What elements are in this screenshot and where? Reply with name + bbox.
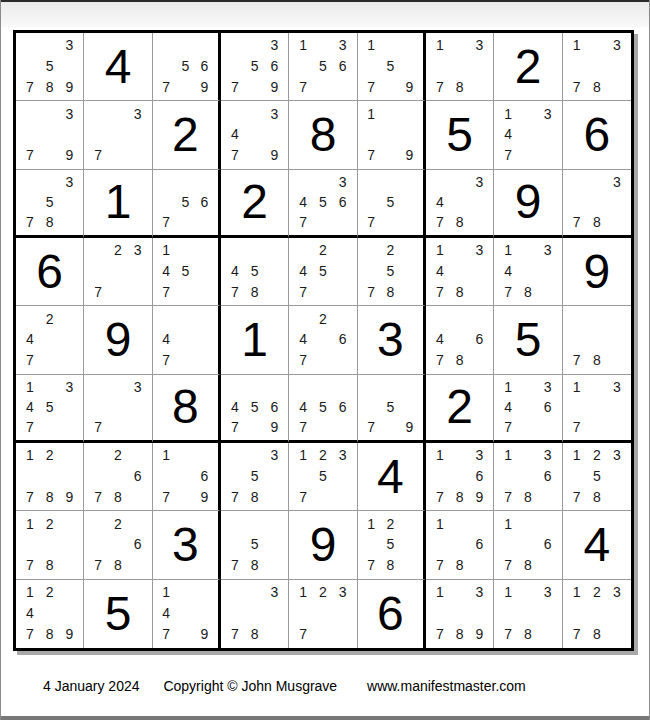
pencil-mark-slot-9 xyxy=(128,487,148,508)
pencil-mark-slot-6 xyxy=(607,56,627,77)
pencil-mark-slot-5: 5 xyxy=(313,56,333,77)
pencil-mark-slot-5: 5 xyxy=(40,397,60,417)
pencil-mark-slot-6 xyxy=(60,603,80,624)
pencil-mark-slot-4 xyxy=(293,466,313,487)
pencil-mark-slot-4: 4 xyxy=(157,329,176,350)
pencil-mark-slot-6: 6 xyxy=(333,192,353,212)
cell-r3c5: 34567 xyxy=(289,170,357,238)
pencil-marks: 3578 xyxy=(221,443,288,510)
pencil-mark-slot-1 xyxy=(88,240,108,261)
pencil-mark-slot-7: 7 xyxy=(293,282,313,303)
pencil-mark-slot-9 xyxy=(470,350,490,371)
pencil-mark-slot-3: 3 xyxy=(538,103,558,124)
pencil-mark-slot-9: 9 xyxy=(265,77,285,98)
cell-r4c2: 237 xyxy=(84,238,152,306)
pencil-mark-slot-8 xyxy=(176,212,195,232)
pencil-mark-slot-5 xyxy=(518,534,538,555)
pencil-mark-slot-4 xyxy=(362,56,381,77)
pencil-mark-slot-4 xyxy=(225,56,245,77)
pencil-mark-slot-4 xyxy=(362,397,381,417)
pencil-mark-slot-6 xyxy=(265,261,285,282)
cell-r9c9: 12378 xyxy=(563,580,631,648)
pencil-mark-slot-2 xyxy=(518,582,538,603)
pencil-mark-slot-6 xyxy=(60,534,80,555)
pencil-mark-slot-8 xyxy=(245,145,265,166)
pencil-mark-slot-6 xyxy=(128,124,148,145)
pencil-mark-slot-9 xyxy=(333,417,353,437)
pencil-mark-slot-1: 1 xyxy=(430,445,450,466)
pencil-mark-slot-8: 8 xyxy=(40,555,60,576)
pencil-mark-slot-8 xyxy=(381,145,400,166)
pencil-marks: 2467 xyxy=(289,306,356,373)
pencil-mark-slot-1 xyxy=(225,377,245,397)
pencil-mark-slot-2 xyxy=(381,35,400,56)
pencil-mark-slot-3 xyxy=(470,513,490,534)
pencil-marks: 4578 xyxy=(221,238,288,305)
pencil-marks: 579 xyxy=(358,375,423,440)
pencil-mark-slot-7: 7 xyxy=(567,487,587,508)
pencil-mark-slot-4: 4 xyxy=(20,397,40,417)
pencil-mark-slot-9 xyxy=(400,555,419,576)
pencil-mark-slot-4 xyxy=(430,56,450,77)
big-digit: 9 xyxy=(494,170,561,235)
cell-r2c9: 6 xyxy=(563,101,631,169)
cell-r5c9: 78 xyxy=(563,306,631,374)
pencil-mark-slot-4 xyxy=(498,534,518,555)
pencil-mark-slot-4: 4 xyxy=(293,261,313,282)
pencil-mark-slot-7: 7 xyxy=(430,555,450,576)
cell-r3c2: 1 xyxy=(84,170,152,238)
pencil-mark-slot-2 xyxy=(518,513,538,534)
pencil-mark-slot-2 xyxy=(381,172,400,192)
pencil-mark-slot-2 xyxy=(450,582,470,603)
pencil-mark-slot-3: 3 xyxy=(470,35,490,56)
pencil-mark-slot-5: 5 xyxy=(381,397,400,417)
cell-r1c2: 4 xyxy=(84,33,152,101)
pencil-marks: 12789 xyxy=(16,443,83,510)
pencil-mark-slot-5: 5 xyxy=(245,466,265,487)
pencil-mark-slot-9 xyxy=(195,350,214,371)
pencil-mark-slot-7: 7 xyxy=(567,77,587,98)
pencil-mark-slot-4 xyxy=(430,466,450,487)
pencil-mark-slot-5 xyxy=(450,466,470,487)
pencil-mark-slot-4 xyxy=(293,56,313,77)
pencil-mark-slot-9: 9 xyxy=(265,417,285,437)
pencil-mark-slot-3: 3 xyxy=(128,103,148,124)
pencil-mark-slot-3 xyxy=(400,513,419,534)
pencil-mark-slot-2 xyxy=(587,308,607,329)
pencil-mark-slot-1 xyxy=(157,35,176,56)
pencil-mark-slot-7: 7 xyxy=(498,555,518,576)
pencil-mark-slot-6 xyxy=(607,329,627,350)
pencil-mark-slot-6 xyxy=(128,261,148,282)
pencil-mark-slot-7: 7 xyxy=(157,487,176,508)
pencil-mark-slot-7: 7 xyxy=(225,417,245,437)
pencil-mark-slot-1: 1 xyxy=(567,377,587,397)
footer-copyright: Copyright © John Musgrave xyxy=(163,678,337,694)
pencil-mark-slot-2: 2 xyxy=(587,582,607,603)
pencil-mark-slot-4 xyxy=(20,192,40,212)
pencil-mark-slot-2 xyxy=(40,172,60,192)
pencil-mark-slot-4 xyxy=(88,397,108,417)
pencil-mark-slot-1: 1 xyxy=(430,513,450,534)
cell-r2c1: 379 xyxy=(16,101,84,169)
pencil-mark-slot-6 xyxy=(265,603,285,624)
cell-r6c2: 37 xyxy=(84,375,152,443)
pencil-mark-slot-9 xyxy=(470,282,490,303)
pencil-mark-slot-2 xyxy=(245,582,265,603)
cell-r9c2: 5 xyxy=(84,580,152,648)
pencil-mark-slot-3 xyxy=(60,445,80,466)
pencil-mark-slot-5: 5 xyxy=(176,56,195,77)
pencil-mark-slot-9: 9 xyxy=(195,624,214,645)
big-digit: 3 xyxy=(153,511,218,578)
cell-r5c4: 1 xyxy=(221,306,289,374)
pencil-marks: 1479 xyxy=(153,580,218,648)
cell-r2c6: 179 xyxy=(358,101,426,169)
cell-r9c5: 1237 xyxy=(289,580,357,648)
pencil-mark-slot-2: 2 xyxy=(40,308,60,329)
big-digit: 4 xyxy=(563,511,631,578)
pencil-mark-slot-4: 4 xyxy=(293,192,313,212)
cell-r2c7: 5 xyxy=(426,101,494,169)
pencil-mark-slot-3: 3 xyxy=(607,172,627,192)
pencil-marks: 567 xyxy=(153,170,218,235)
pencil-marks: 378 xyxy=(563,170,631,235)
pencil-mark-slot-2 xyxy=(40,103,60,124)
pencil-mark-slot-1 xyxy=(88,445,108,466)
pencil-mark-slot-3: 3 xyxy=(607,445,627,466)
pencil-mark-slot-9 xyxy=(128,282,148,303)
pencil-mark-slot-5: 5 xyxy=(313,466,333,487)
pencil-marks: 379 xyxy=(16,101,83,168)
pencil-mark-slot-7: 7 xyxy=(293,624,313,645)
pencil-mark-slot-5: 5 xyxy=(587,466,607,487)
pencil-mark-slot-6: 6 xyxy=(265,56,285,77)
pencil-mark-slot-9: 9 xyxy=(400,417,419,437)
pencil-mark-slot-1: 1 xyxy=(20,513,40,534)
cell-r9c3: 1479 xyxy=(153,580,221,648)
pencil-mark-slot-3: 3 xyxy=(265,103,285,124)
pencil-mark-slot-5 xyxy=(587,192,607,212)
pencil-marks: 237 xyxy=(84,238,151,305)
pencil-mark-slot-3: 3 xyxy=(470,172,490,192)
pencil-mark-slot-7: 7 xyxy=(498,282,518,303)
pencil-mark-slot-3 xyxy=(400,172,419,192)
pencil-mark-slot-4 xyxy=(88,261,108,282)
pencil-mark-slot-2 xyxy=(381,103,400,124)
pencil-mark-slot-5: 5 xyxy=(40,192,60,212)
pencil-mark-slot-6 xyxy=(265,466,285,487)
pencil-mark-slot-6 xyxy=(538,603,558,624)
pencil-mark-slot-6 xyxy=(333,261,353,282)
pencil-marks: 13467 xyxy=(494,375,561,440)
pencil-mark-slot-3: 3 xyxy=(333,35,353,56)
pencil-mark-slot-1 xyxy=(20,103,40,124)
pencil-mark-slot-9: 9 xyxy=(60,487,80,508)
pencil-mark-slot-8: 8 xyxy=(108,555,128,576)
pencil-mark-slot-9 xyxy=(128,417,148,437)
pencil-mark-slot-5: 5 xyxy=(381,534,400,555)
pencil-mark-slot-3 xyxy=(195,308,214,329)
pencil-mark-slot-9 xyxy=(400,282,419,303)
pencil-marks: 136789 xyxy=(426,443,493,510)
pencil-mark-slot-8 xyxy=(176,350,195,371)
pencil-mark-slot-8: 8 xyxy=(450,282,470,303)
pencil-mark-slot-1: 1 xyxy=(567,35,587,56)
pencil-mark-slot-4 xyxy=(362,192,381,212)
cell-r6c1: 13457 xyxy=(16,375,84,443)
footer-website: www.manifestmaster.com xyxy=(367,678,526,694)
cell-r7c5: 12357 xyxy=(289,443,357,511)
pencil-mark-slot-5: 5 xyxy=(245,397,265,417)
pencil-mark-slot-1: 1 xyxy=(157,582,176,603)
cell-r4c6: 2578 xyxy=(358,238,426,306)
pencil-mark-slot-2 xyxy=(245,445,265,466)
cell-r5c6: 3 xyxy=(358,306,426,374)
pencil-mark-slot-8 xyxy=(176,487,195,508)
pencil-mark-slot-4: 4 xyxy=(430,329,450,350)
pencil-mark-slot-7: 7 xyxy=(225,282,245,303)
pencil-mark-slot-5: 5 xyxy=(176,261,195,282)
pencil-mark-slot-1: 1 xyxy=(293,35,313,56)
pencil-mark-slot-5 xyxy=(108,124,128,145)
pencil-mark-slot-5 xyxy=(108,397,128,417)
cell-r7c7: 136789 xyxy=(426,443,494,511)
pencil-mark-slot-3: 3 xyxy=(265,445,285,466)
cell-r6c3: 8 xyxy=(153,375,221,443)
pencil-mark-slot-9: 9 xyxy=(60,77,80,98)
pencil-marks: 35789 xyxy=(16,33,83,100)
pencil-mark-slot-9: 9 xyxy=(400,145,419,166)
pencil-mark-slot-2: 2 xyxy=(313,582,333,603)
pencil-mark-slot-7: 7 xyxy=(225,555,245,576)
pencil-mark-slot-6 xyxy=(195,603,214,624)
pencil-mark-slot-8: 8 xyxy=(450,624,470,645)
cell-r9c8: 1378 xyxy=(494,580,562,648)
cell-r9c1: 124789 xyxy=(16,580,84,648)
pencil-mark-slot-2: 2 xyxy=(40,513,60,534)
pencil-mark-slot-2 xyxy=(176,445,195,466)
pencil-mark-slot-9 xyxy=(333,212,353,232)
pencil-mark-slot-6 xyxy=(470,56,490,77)
pencil-mark-slot-1 xyxy=(157,308,176,329)
pencil-mark-slot-5: 5 xyxy=(245,534,265,555)
cell-r7c2: 2678 xyxy=(84,443,152,511)
pencil-mark-slot-2 xyxy=(450,35,470,56)
pencil-mark-slot-7: 7 xyxy=(157,282,176,303)
pencil-mark-slot-4 xyxy=(20,466,40,487)
pencil-mark-slot-5 xyxy=(245,124,265,145)
pencil-mark-slot-5 xyxy=(587,56,607,77)
pencil-mark-slot-4: 4 xyxy=(20,603,40,624)
pencil-mark-slot-6: 6 xyxy=(333,329,353,350)
pencil-mark-slot-9 xyxy=(265,624,285,645)
pencil-mark-slot-2 xyxy=(450,308,470,329)
pencil-marks: 34567 xyxy=(289,170,356,235)
pencil-mark-slot-4 xyxy=(225,466,245,487)
cell-r8c1: 1278 xyxy=(16,511,84,579)
pencil-mark-slot-1 xyxy=(362,172,381,192)
pencil-mark-slot-3 xyxy=(470,308,490,329)
page-bottom-strip xyxy=(1,716,649,720)
pencil-mark-slot-9 xyxy=(607,212,627,232)
pencil-mark-slot-5 xyxy=(40,466,60,487)
pencil-marks: 3478 xyxy=(426,170,493,235)
pencil-mark-slot-3: 3 xyxy=(333,445,353,466)
pencil-mark-slot-3: 3 xyxy=(607,377,627,397)
pencil-mark-slot-8: 8 xyxy=(587,487,607,508)
pencil-marks: 1679 xyxy=(153,443,218,510)
pencil-mark-slot-6 xyxy=(607,192,627,212)
pencil-mark-slot-8: 8 xyxy=(381,282,400,303)
pencil-mark-slot-4 xyxy=(20,124,40,145)
pencil-mark-slot-9: 9 xyxy=(265,145,285,166)
pencil-mark-slot-8: 8 xyxy=(518,555,538,576)
pencil-mark-slot-7: 7 xyxy=(362,145,381,166)
pencil-mark-slot-8 xyxy=(40,145,60,166)
cell-r5c7: 4678 xyxy=(426,306,494,374)
pencil-mark-slot-7: 7 xyxy=(20,417,40,437)
pencil-mark-slot-5: 5 xyxy=(245,56,265,77)
pencil-mark-slot-7: 7 xyxy=(430,77,450,98)
pencil-mark-slot-6 xyxy=(60,124,80,145)
pencil-mark-slot-2 xyxy=(40,35,60,56)
pencil-marks: 247 xyxy=(16,306,83,373)
pencil-mark-slot-7: 7 xyxy=(157,350,176,371)
cell-r7c1: 12789 xyxy=(16,443,84,511)
big-digit: 2 xyxy=(221,170,288,235)
cell-r8c7: 1678 xyxy=(426,511,494,579)
pencil-mark-slot-6 xyxy=(400,124,419,145)
pencil-mark-slot-7: 7 xyxy=(567,417,587,437)
pencil-mark-slot-3 xyxy=(333,240,353,261)
pencil-mark-slot-5 xyxy=(313,603,333,624)
pencil-mark-slot-1 xyxy=(225,445,245,466)
pencil-mark-slot-4: 4 xyxy=(225,261,245,282)
pencil-mark-slot-5 xyxy=(40,534,60,555)
cell-r8c4: 578 xyxy=(221,511,289,579)
pencil-mark-slot-3 xyxy=(60,308,80,329)
cell-r1c4: 35679 xyxy=(221,33,289,101)
pencil-mark-slot-6 xyxy=(333,603,353,624)
cell-r5c1: 247 xyxy=(16,306,84,374)
pencil-mark-slot-8 xyxy=(313,212,333,232)
pencil-mark-slot-3 xyxy=(400,377,419,397)
pencil-marks: 47 xyxy=(153,306,218,373)
pencil-marks: 2578 xyxy=(358,238,423,305)
pencil-mark-slot-2 xyxy=(450,513,470,534)
pencil-mark-slot-6 xyxy=(60,466,80,487)
pencil-marks: 13567 xyxy=(289,33,356,100)
cell-r7c9: 123578 xyxy=(563,443,631,511)
cell-r6c4: 45679 xyxy=(221,375,289,443)
pencil-mark-slot-8 xyxy=(313,487,333,508)
pencil-mark-slot-3: 3 xyxy=(333,582,353,603)
big-digit: 1 xyxy=(221,306,288,373)
cell-r7c8: 13678 xyxy=(494,443,562,511)
pencil-mark-slot-9 xyxy=(265,555,285,576)
pencil-mark-slot-7: 7 xyxy=(567,624,587,645)
pencil-marks: 1278 xyxy=(16,511,83,578)
pencil-mark-slot-1: 1 xyxy=(567,445,587,466)
pencil-mark-slot-2 xyxy=(587,35,607,56)
pencil-mark-slot-3 xyxy=(400,35,419,56)
pencil-mark-slot-4 xyxy=(567,397,587,417)
pencil-marks: 13478 xyxy=(426,238,493,305)
pencil-mark-slot-7: 7 xyxy=(88,417,108,437)
pencil-mark-slot-8: 8 xyxy=(40,487,60,508)
pencil-mark-slot-8 xyxy=(176,624,195,645)
big-digit: 2 xyxy=(426,375,493,440)
pencil-mark-slot-1 xyxy=(225,35,245,56)
pencil-mark-slot-2: 2 xyxy=(587,445,607,466)
pencil-mark-slot-8 xyxy=(108,417,128,437)
pencil-mark-slot-8: 8 xyxy=(245,624,265,645)
pencil-mark-slot-4 xyxy=(157,56,176,77)
pencil-mark-slot-2 xyxy=(313,172,333,192)
pencil-marks: 78 xyxy=(563,306,631,373)
pencil-mark-slot-6 xyxy=(128,397,148,417)
pencil-mark-slot-7: 7 xyxy=(362,555,381,576)
pencil-mark-slot-3: 3 xyxy=(60,172,80,192)
pencil-mark-slot-2: 2 xyxy=(313,445,333,466)
pencil-mark-slot-3: 3 xyxy=(538,582,558,603)
pencil-mark-slot-5 xyxy=(518,261,538,282)
pencil-mark-slot-8: 8 xyxy=(381,555,400,576)
pencil-mark-slot-8: 8 xyxy=(450,350,470,371)
pencil-mark-slot-8: 8 xyxy=(40,624,60,645)
pencil-mark-slot-2: 2 xyxy=(108,445,128,466)
pencil-mark-slot-8 xyxy=(245,417,265,437)
pencil-marks: 137 xyxy=(563,375,631,440)
cell-r4c9: 9 xyxy=(563,238,631,306)
pencil-mark-slot-8 xyxy=(518,417,538,437)
pencil-mark-slot-9 xyxy=(195,282,214,303)
pencil-mark-slot-1 xyxy=(20,35,40,56)
pencil-mark-slot-4: 4 xyxy=(20,329,40,350)
pencil-mark-slot-2 xyxy=(245,240,265,261)
pencil-mark-slot-7: 7 xyxy=(293,77,313,98)
pencil-marks: 1378 xyxy=(494,580,561,648)
pencil-mark-slot-2: 2 xyxy=(313,240,333,261)
pencil-mark-slot-7: 7 xyxy=(362,77,381,98)
pencil-mark-slot-8 xyxy=(587,417,607,437)
pencil-mark-slot-2: 2 xyxy=(381,240,400,261)
pencil-mark-slot-7: 7 xyxy=(225,487,245,508)
pencil-marks: 12578 xyxy=(358,511,423,578)
pencil-mark-slot-6 xyxy=(265,534,285,555)
pencil-marks: 3479 xyxy=(221,101,288,168)
pencil-mark-slot-4: 4 xyxy=(498,124,518,145)
pencil-mark-slot-5: 5 xyxy=(381,56,400,77)
pencil-mark-slot-1: 1 xyxy=(567,582,587,603)
pencil-mark-slot-8 xyxy=(381,77,400,98)
pencil-mark-slot-6: 6 xyxy=(470,466,490,487)
pencil-mark-slot-5: 5 xyxy=(245,261,265,282)
cell-r9c4: 378 xyxy=(221,580,289,648)
cell-r4c3: 1457 xyxy=(153,238,221,306)
pencil-mark-slot-7: 7 xyxy=(430,487,450,508)
pencil-marks: 1457 xyxy=(153,238,218,305)
pencil-mark-slot-6 xyxy=(60,329,80,350)
pencil-mark-slot-2 xyxy=(108,377,128,397)
pencil-mark-slot-7: 7 xyxy=(498,417,518,437)
cell-r3c4: 2 xyxy=(221,170,289,238)
footer-date: 4 January 2024 xyxy=(43,678,140,694)
pencil-mark-slot-6 xyxy=(470,192,490,212)
pencil-mark-slot-5: 5 xyxy=(381,192,400,212)
